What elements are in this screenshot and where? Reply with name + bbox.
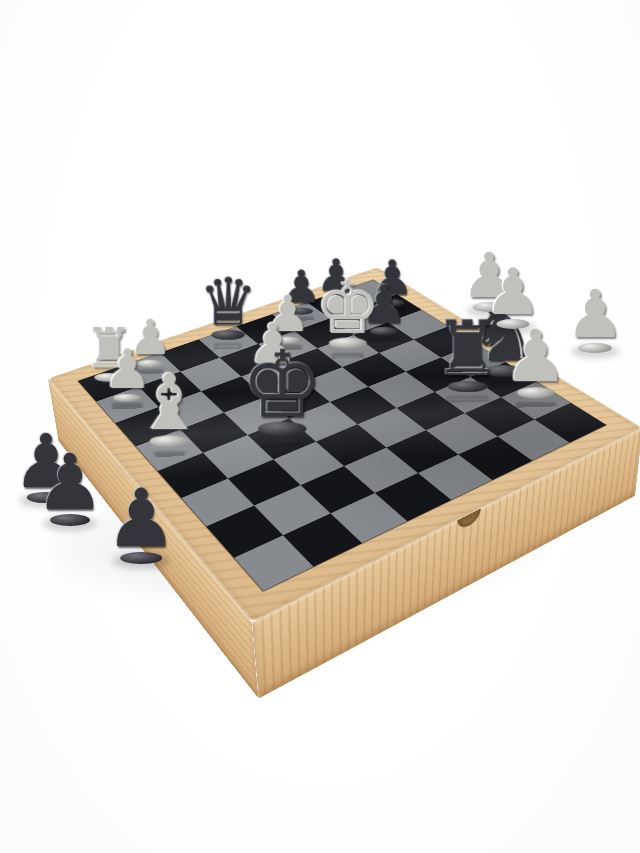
figurine-titanium-king: ♚♚ [219,340,345,439]
product-photo-stage: ♜♜♟♟♟♟♟♟♟♟♚♚♝♝♟♟♛♛♟♟♟♟♟♟♟♟♚♚♜♜♞♞ ♟♟♟♟♟♟ [0,0,640,853]
bishop-glyph: ♝ [135,365,204,442]
pawn-glyph: ♟ [105,479,177,559]
pawn-glyph: ♟ [565,282,624,348]
king-glyph: ♚ [240,338,323,431]
figurine-nickel-pawn: ♟ [535,282,640,355]
pawn-glyph: ♟ [484,260,541,324]
piece-reflection: ♟ [505,391,566,459]
figurine-titanium-pawn: ♟ [81,480,201,566]
figurine-nickel-bishop: ♝♝ [106,366,233,450]
piece-reflection: ♚ [242,429,321,517]
